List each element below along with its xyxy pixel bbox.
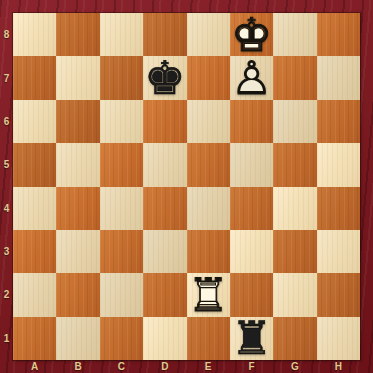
square-h6[interactable] [317,100,360,143]
square-b1[interactable] [56,317,99,360]
file-label-a: A [13,360,56,373]
square-c4[interactable] [100,187,143,230]
square-h8[interactable] [317,13,360,56]
square-g7[interactable] [273,56,316,99]
rank-label-3: 3 [0,230,13,273]
square-e5[interactable] [187,143,230,186]
black-rook-glyph: ♜ [230,317,273,360]
square-b6[interactable] [56,100,99,143]
square-a3[interactable] [13,230,56,273]
rank-label-5: 5 [0,143,13,186]
square-e6[interactable] [187,100,230,143]
square-g5[interactable] [273,143,316,186]
square-b4[interactable] [56,187,99,230]
file-label-e: E [187,360,230,373]
square-g1[interactable] [273,317,316,360]
square-e3[interactable] [187,230,230,273]
square-f3[interactable] [230,230,273,273]
square-f8[interactable]: ♚♔ [230,13,273,56]
square-h2[interactable] [317,273,360,316]
square-f5[interactable] [230,143,273,186]
file-label-c: C [100,360,143,373]
chess-board-frame: ♚♔♚♟♙♜♖♜ 87654321 ABCDEFGH [0,0,373,373]
square-e4[interactable] [187,187,230,230]
square-a1[interactable] [13,317,56,360]
square-b8[interactable] [56,13,99,56]
square-c5[interactable] [100,143,143,186]
white-rook-outline: ♖ [187,273,230,316]
rank-label-8: 8 [0,13,13,56]
square-e2[interactable]: ♜♖ [187,273,230,316]
square-b2[interactable] [56,273,99,316]
square-g8[interactable] [273,13,316,56]
square-d5[interactable] [143,143,186,186]
square-h1[interactable] [317,317,360,360]
square-a4[interactable] [13,187,56,230]
rank-label-2: 2 [0,273,13,316]
square-b7[interactable] [56,56,99,99]
file-coordinates: ABCDEFGH [13,360,360,373]
square-h7[interactable] [317,56,360,99]
piece-white-rook[interactable]: ♜♖ [187,273,230,316]
square-d8[interactable] [143,13,186,56]
file-label-b: B [56,360,99,373]
square-h4[interactable] [317,187,360,230]
square-c7[interactable] [100,56,143,99]
square-h3[interactable] [317,230,360,273]
file-label-h: H [317,360,360,373]
square-f2[interactable] [230,273,273,316]
square-f4[interactable] [230,187,273,230]
square-g4[interactable] [273,187,316,230]
rank-coordinates: 87654321 [0,13,13,360]
square-a8[interactable] [13,13,56,56]
square-d2[interactable] [143,273,186,316]
square-a2[interactable] [13,273,56,316]
square-c6[interactable] [100,100,143,143]
square-a6[interactable] [13,100,56,143]
square-e7[interactable] [187,56,230,99]
piece-white-king[interactable]: ♚♔ [230,13,273,56]
file-label-g: G [273,360,316,373]
square-b5[interactable] [56,143,99,186]
white-king-outline: ♔ [230,13,273,56]
square-e8[interactable] [187,13,230,56]
square-d4[interactable] [143,187,186,230]
piece-black-rook[interactable]: ♜ [230,317,273,360]
piece-white-pawn[interactable]: ♟♙ [230,56,273,99]
square-c8[interactable] [100,13,143,56]
square-g3[interactable] [273,230,316,273]
chess-board: ♚♔♚♟♙♜♖♜ [13,13,360,360]
square-f7[interactable]: ♟♙ [230,56,273,99]
square-a7[interactable] [13,56,56,99]
piece-black-king[interactable]: ♚ [143,56,186,99]
square-c3[interactable] [100,230,143,273]
file-label-f: F [230,360,273,373]
square-f6[interactable] [230,100,273,143]
square-e1[interactable] [187,317,230,360]
square-d3[interactable] [143,230,186,273]
white-pawn-outline: ♙ [230,56,273,99]
square-g2[interactable] [273,273,316,316]
rank-label-7: 7 [0,56,13,99]
rank-label-4: 4 [0,187,13,230]
square-c1[interactable] [100,317,143,360]
square-h5[interactable] [317,143,360,186]
black-king-glyph: ♚ [143,56,186,99]
square-d6[interactable] [143,100,186,143]
square-d7[interactable]: ♚ [143,56,186,99]
file-label-d: D [143,360,186,373]
square-a5[interactable] [13,143,56,186]
rank-label-1: 1 [0,317,13,360]
square-d1[interactable] [143,317,186,360]
rank-label-6: 6 [0,100,13,143]
square-b3[interactable] [56,230,99,273]
square-f1[interactable]: ♜ [230,317,273,360]
square-g6[interactable] [273,100,316,143]
square-c2[interactable] [100,273,143,316]
